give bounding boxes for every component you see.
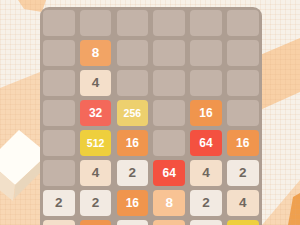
tile-8: 8 bbox=[153, 190, 185, 216]
empty-cell bbox=[153, 10, 185, 36]
empty-cell bbox=[43, 100, 75, 126]
tile-32: 32 bbox=[80, 100, 112, 126]
empty-cell bbox=[227, 100, 259, 126]
tile-2: 2 bbox=[43, 190, 75, 216]
tile-16: 16 bbox=[117, 190, 149, 216]
empty-cell bbox=[153, 130, 185, 156]
empty-cell bbox=[43, 10, 75, 36]
board: 8432256165121664164264422216824 bbox=[40, 7, 262, 225]
game-screen: 8432256165121664164264422216824 bbox=[0, 0, 300, 225]
empty-cell bbox=[43, 70, 75, 96]
tile-2: 2 bbox=[190, 190, 222, 216]
empty-cell bbox=[153, 40, 185, 66]
tile-cutoff bbox=[117, 220, 149, 225]
tile-16: 16 bbox=[227, 130, 259, 156]
empty-cell bbox=[227, 40, 259, 66]
tile-4: 4 bbox=[80, 160, 112, 186]
board-grid[interactable]: 8432256165121664164264422216824 bbox=[43, 10, 259, 225]
tile-16: 16 bbox=[117, 130, 149, 156]
empty-cell bbox=[227, 70, 259, 96]
empty-cell bbox=[153, 70, 185, 96]
tile-2: 2 bbox=[227, 160, 259, 186]
empty-cell bbox=[153, 100, 185, 126]
empty-cell bbox=[43, 130, 75, 156]
empty-cell bbox=[117, 70, 149, 96]
tile-8: 8 bbox=[80, 40, 112, 66]
tile-64: 64 bbox=[153, 160, 185, 186]
tile-4: 4 bbox=[190, 160, 222, 186]
empty-cell bbox=[190, 10, 222, 36]
tile-2: 2 bbox=[80, 190, 112, 216]
empty-cell bbox=[117, 10, 149, 36]
tile-cutoff bbox=[43, 220, 75, 225]
tile-64: 64 bbox=[190, 130, 222, 156]
tile-2: 2 bbox=[117, 160, 149, 186]
empty-cell bbox=[43, 40, 75, 66]
tile-256: 256 bbox=[117, 100, 149, 126]
tile-512: 512 bbox=[80, 130, 112, 156]
tile-cutoff bbox=[190, 220, 222, 225]
tile-cutoff bbox=[153, 220, 185, 225]
tile-4: 4 bbox=[80, 70, 112, 96]
tile-16: 16 bbox=[190, 100, 222, 126]
tile-4: 4 bbox=[227, 190, 259, 216]
tile-cutoff bbox=[80, 220, 112, 225]
empty-cell bbox=[190, 70, 222, 96]
empty-cell bbox=[190, 40, 222, 66]
empty-cell bbox=[117, 40, 149, 66]
tile-cutoff bbox=[227, 220, 259, 225]
empty-cell bbox=[80, 10, 112, 36]
empty-cell bbox=[43, 160, 75, 186]
empty-cell bbox=[227, 10, 259, 36]
